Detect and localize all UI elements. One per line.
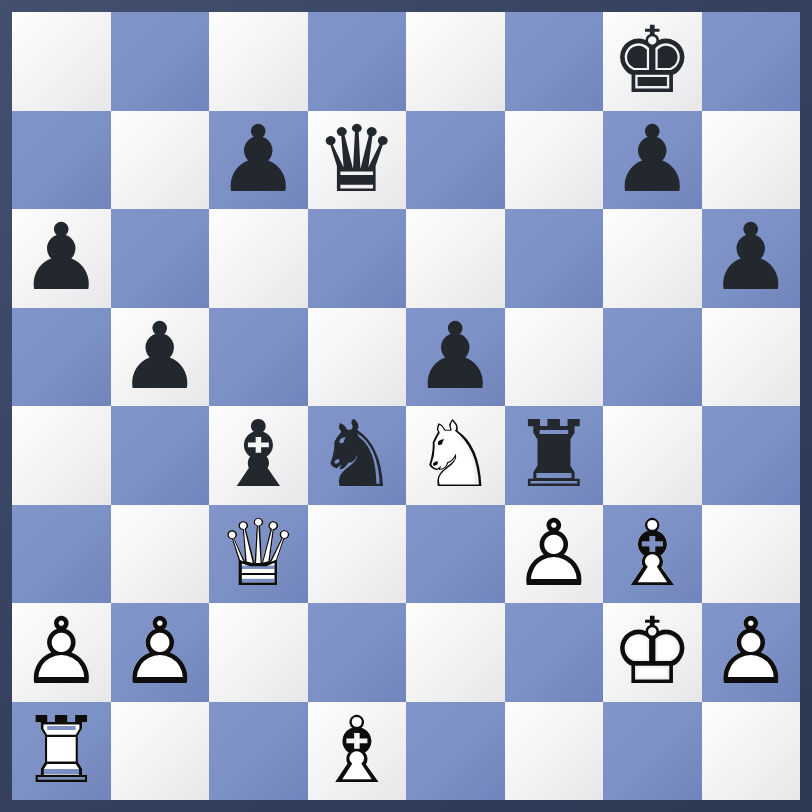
- square-a1[interactable]: ♜♖: [12, 702, 111, 801]
- square-e3[interactable]: [406, 505, 505, 604]
- square-e6[interactable]: [406, 209, 505, 308]
- square-d4[interactable]: ♞: [308, 406, 407, 505]
- square-h2[interactable]: ♟♙: [702, 603, 801, 702]
- black-pawn[interactable]: ♟: [406, 308, 505, 407]
- black-pawn[interactable]: ♟: [12, 209, 111, 308]
- square-f5[interactable]: [505, 308, 604, 407]
- square-b7[interactable]: [111, 111, 210, 210]
- square-h1[interactable]: [702, 702, 801, 801]
- square-c3[interactable]: ♛♕: [209, 505, 308, 604]
- white-knight[interactable]: ♞♘: [406, 406, 505, 505]
- square-c4[interactable]: ♝: [209, 406, 308, 505]
- square-a2[interactable]: ♟♙: [12, 603, 111, 702]
- square-g8[interactable]: ♚: [603, 12, 702, 111]
- black-pawn-glyph: ♟: [111, 308, 210, 407]
- white-bishop[interactable]: ♝♗: [308, 702, 407, 801]
- square-c1[interactable]: [209, 702, 308, 801]
- square-b1[interactable]: [111, 702, 210, 801]
- square-e8[interactable]: [406, 12, 505, 111]
- square-h3[interactable]: [702, 505, 801, 604]
- white-queen-outline: ♕: [209, 505, 308, 604]
- white-bishop[interactable]: ♝♗: [603, 505, 702, 604]
- square-h4[interactable]: [702, 406, 801, 505]
- square-e2[interactable]: [406, 603, 505, 702]
- square-a6[interactable]: ♟: [12, 209, 111, 308]
- square-f3[interactable]: ♟♙: [505, 505, 604, 604]
- square-g2[interactable]: ♚♔: [603, 603, 702, 702]
- white-pawn[interactable]: ♟♙: [12, 603, 111, 702]
- square-h8[interactable]: [702, 12, 801, 111]
- square-a3[interactable]: [12, 505, 111, 604]
- square-c2[interactable]: [209, 603, 308, 702]
- square-d5[interactable]: [308, 308, 407, 407]
- black-rook-glyph: ♜: [505, 406, 604, 505]
- square-f8[interactable]: [505, 12, 604, 111]
- square-b2[interactable]: ♟♙: [111, 603, 210, 702]
- square-d1[interactable]: ♝♗: [308, 702, 407, 801]
- square-d7[interactable]: ♛: [308, 111, 407, 210]
- black-pawn-glyph: ♟: [603, 111, 702, 210]
- black-pawn[interactable]: ♟: [702, 209, 801, 308]
- black-pawn[interactable]: ♟: [209, 111, 308, 210]
- square-a8[interactable]: [12, 12, 111, 111]
- square-b4[interactable]: [111, 406, 210, 505]
- black-knight[interactable]: ♞: [308, 406, 407, 505]
- white-pawn[interactable]: ♟♙: [505, 505, 604, 604]
- square-c5[interactable]: [209, 308, 308, 407]
- square-h6[interactable]: ♟: [702, 209, 801, 308]
- square-g1[interactable]: [603, 702, 702, 801]
- white-bishop-outline: ♗: [603, 505, 702, 604]
- square-a7[interactable]: [12, 111, 111, 210]
- square-f7[interactable]: [505, 111, 604, 210]
- square-b3[interactable]: [111, 505, 210, 604]
- white-pawn-outline: ♙: [12, 603, 111, 702]
- black-pawn-glyph: ♟: [209, 111, 308, 210]
- black-pawn-glyph: ♟: [406, 308, 505, 407]
- black-bishop-glyph: ♝: [209, 406, 308, 505]
- square-d8[interactable]: [308, 12, 407, 111]
- white-knight-outline: ♘: [406, 406, 505, 505]
- square-b5[interactable]: ♟: [111, 308, 210, 407]
- square-d2[interactable]: [308, 603, 407, 702]
- board-frame: ♚♟♛♟♟♟♟♟♝♞♞♘♜♛♕♟♙♝♗♟♙♟♙♚♔♟♙♜♖♝♗: [0, 0, 812, 812]
- white-queen[interactable]: ♛♕: [209, 505, 308, 604]
- black-pawn-glyph: ♟: [12, 209, 111, 308]
- square-g7[interactable]: ♟: [603, 111, 702, 210]
- white-bishop-outline: ♗: [308, 702, 407, 801]
- square-f2[interactable]: [505, 603, 604, 702]
- black-rook[interactable]: ♜: [505, 406, 604, 505]
- square-b6[interactable]: [111, 209, 210, 308]
- white-pawn-outline: ♙: [111, 603, 210, 702]
- square-e7[interactable]: [406, 111, 505, 210]
- square-g4[interactable]: [603, 406, 702, 505]
- square-c6[interactable]: [209, 209, 308, 308]
- square-g3[interactable]: ♝♗: [603, 505, 702, 604]
- white-pawn[interactable]: ♟♙: [702, 603, 801, 702]
- square-e5[interactable]: ♟: [406, 308, 505, 407]
- black-pawn[interactable]: ♟: [111, 308, 210, 407]
- white-pawn[interactable]: ♟♙: [111, 603, 210, 702]
- square-e1[interactable]: [406, 702, 505, 801]
- square-f6[interactable]: [505, 209, 604, 308]
- square-f4[interactable]: ♜: [505, 406, 604, 505]
- square-g5[interactable]: [603, 308, 702, 407]
- white-king-outline: ♔: [603, 603, 702, 702]
- black-queen-glyph: ♛: [308, 111, 407, 210]
- square-h7[interactable]: [702, 111, 801, 210]
- square-c8[interactable]: [209, 12, 308, 111]
- black-pawn-glyph: ♟: [702, 209, 801, 308]
- square-e4[interactable]: ♞♘: [406, 406, 505, 505]
- square-f1[interactable]: [505, 702, 604, 801]
- square-d3[interactable]: [308, 505, 407, 604]
- black-knight-glyph: ♞: [308, 406, 407, 505]
- square-a5[interactable]: [12, 308, 111, 407]
- white-pawn-outline: ♙: [702, 603, 801, 702]
- white-pawn-outline: ♙: [505, 505, 604, 604]
- black-king-glyph: ♚: [603, 12, 702, 111]
- black-king[interactable]: ♚: [603, 12, 702, 111]
- black-queen[interactable]: ♛: [308, 111, 407, 210]
- square-h5[interactable]: [702, 308, 801, 407]
- black-bishop[interactable]: ♝: [209, 406, 308, 505]
- square-c7[interactable]: ♟: [209, 111, 308, 210]
- white-king[interactable]: ♚♔: [603, 603, 702, 702]
- black-pawn[interactable]: ♟: [603, 111, 702, 210]
- square-b8[interactable]: [111, 12, 210, 111]
- white-rook[interactable]: ♜♖: [12, 702, 111, 801]
- square-g6[interactable]: [603, 209, 702, 308]
- white-rook-outline: ♖: [12, 702, 111, 801]
- square-a4[interactable]: [12, 406, 111, 505]
- chess-board: ♚♟♛♟♟♟♟♟♝♞♞♘♜♛♕♟♙♝♗♟♙♟♙♚♔♟♙♜♖♝♗: [12, 12, 800, 800]
- square-d6[interactable]: [308, 209, 407, 308]
